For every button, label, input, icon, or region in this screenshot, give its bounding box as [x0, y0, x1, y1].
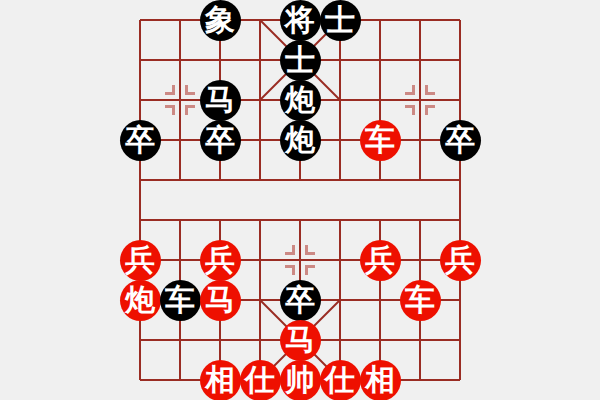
point-marker-corner [165, 105, 175, 115]
piece-black-chariot[interactable]: 车 [160, 280, 201, 321]
piece-red-advisor[interactable]: 仕 [320, 360, 361, 400]
piece-red-soldier[interactable]: 兵 [440, 240, 481, 281]
piece-red-horse[interactable]: 马 [200, 280, 241, 321]
point-marker-corner [305, 245, 315, 255]
piece-red-elephant[interactable]: 相 [360, 360, 401, 400]
piece-black-soldier[interactable]: 卒 [280, 280, 321, 321]
piece-black-soldier[interactable]: 卒 [440, 120, 481, 161]
piece-black-soldier[interactable]: 卒 [200, 120, 241, 161]
piece-black-general[interactable]: 将 [280, 0, 321, 41]
point-marker [165, 85, 195, 115]
piece-black-advisor[interactable]: 士 [280, 40, 321, 81]
point-marker-corner [165, 85, 175, 95]
point-marker-corner [425, 105, 435, 115]
piece-red-horse[interactable]: 马 [280, 320, 321, 361]
point-marker-corner [185, 105, 195, 115]
piece-red-cannon[interactable]: 炮 [120, 280, 161, 321]
piece-red-chariot[interactable]: 车 [400, 280, 441, 321]
piece-black-soldier[interactable]: 卒 [120, 120, 161, 161]
piece-red-chariot[interactable]: 车 [360, 120, 401, 161]
piece-red-advisor[interactable]: 仕 [240, 360, 281, 400]
piece-black-advisor[interactable]: 士 [320, 0, 361, 41]
point-marker-corner [285, 265, 295, 275]
point-marker-corner [405, 105, 415, 115]
point-marker-corner [425, 85, 435, 95]
piece-black-elephant[interactable]: 象 [200, 0, 241, 41]
piece-black-cannon[interactable]: 炮 [280, 120, 321, 161]
xiangqi-board: 象将士士马炮卒卒炮车卒兵兵兵兵炮车马卒车马相仕帅仕相 [0, 0, 600, 400]
piece-red-soldier[interactable]: 兵 [120, 240, 161, 281]
point-marker-corner [305, 265, 315, 275]
point-marker-corner [285, 245, 295, 255]
piece-red-soldier[interactable]: 兵 [360, 240, 401, 281]
piece-red-soldier[interactable]: 兵 [200, 240, 241, 281]
point-marker-corner [405, 85, 415, 95]
piece-black-horse[interactable]: 马 [200, 80, 241, 121]
point-marker [285, 245, 315, 275]
piece-red-general[interactable]: 帅 [280, 360, 321, 400]
piece-red-elephant[interactable]: 相 [200, 360, 241, 400]
point-marker [405, 85, 435, 115]
piece-black-cannon[interactable]: 炮 [280, 80, 321, 121]
point-marker-corner [185, 85, 195, 95]
